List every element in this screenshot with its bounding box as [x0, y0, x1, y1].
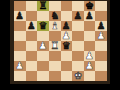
square-f7[interactable]: ♟	[72, 11, 84, 21]
square-b8[interactable]	[26, 1, 38, 11]
square-f6[interactable]	[72, 21, 84, 31]
white-pawn: ♟	[85, 61, 94, 71]
square-d7[interactable]: ♞	[49, 11, 61, 21]
square-a5[interactable]	[14, 31, 26, 41]
square-g8[interactable]: ♚	[84, 1, 96, 11]
square-c6[interactable]: ♛	[37, 21, 49, 31]
square-d2[interactable]	[49, 61, 61, 71]
square-a6[interactable]	[14, 21, 26, 31]
square-f8[interactable]	[72, 1, 84, 11]
chess-board: ♜♚♟♞♟♟♟♛♝♟♟♟♟♟♜♛♟♟♟♚	[14, 1, 107, 81]
square-g2[interactable]: ♟	[84, 61, 96, 71]
black-pawn: ♟	[62, 21, 71, 31]
black-knight: ♞	[50, 11, 59, 21]
square-d1[interactable]	[49, 71, 61, 81]
white-king: ♚	[73, 71, 82, 81]
square-b7[interactable]	[26, 11, 38, 21]
white-rook: ♜	[50, 41, 59, 51]
square-h4[interactable]	[95, 41, 107, 51]
square-f3[interactable]	[72, 51, 84, 61]
square-f5[interactable]	[72, 31, 84, 41]
black-rook: ♜	[39, 1, 48, 11]
square-d8[interactable]	[49, 1, 61, 11]
square-d4[interactable]: ♜	[49, 41, 61, 51]
black-queen: ♛	[62, 41, 71, 51]
square-d3[interactable]	[49, 51, 61, 61]
white-pawn: ♟	[85, 51, 94, 61]
square-g3[interactable]: ♟	[84, 51, 96, 61]
square-c7[interactable]	[37, 11, 49, 21]
square-a2[interactable]: ♟	[14, 61, 26, 71]
black-pawn: ♟	[15, 11, 24, 21]
square-c8[interactable]: ♜	[37, 1, 49, 11]
square-b6[interactable]: ♟	[26, 21, 38, 31]
square-e6[interactable]: ♟	[61, 21, 73, 31]
square-b3[interactable]	[26, 51, 38, 61]
white-bishop: ♝	[50, 21, 59, 31]
black-pawn: ♟	[97, 21, 106, 31]
square-a1[interactable]	[14, 71, 26, 81]
chess-board-frame: ♜♚♟♞♟♟♟♛♝♟♟♟♟♟♜♛♟♟♟♚	[10, 0, 110, 84]
square-e2[interactable]	[61, 61, 73, 71]
square-f2[interactable]	[72, 61, 84, 71]
white-pawn: ♟	[62, 31, 71, 41]
square-b1[interactable]	[26, 71, 38, 81]
square-d6[interactable]: ♝	[49, 21, 61, 31]
square-h7[interactable]	[95, 11, 107, 21]
square-g4[interactable]	[84, 41, 96, 51]
white-pawn: ♟	[39, 41, 48, 51]
square-h3[interactable]	[95, 51, 107, 61]
black-king: ♚	[85, 1, 94, 11]
square-h8[interactable]	[95, 1, 107, 11]
square-c5[interactable]	[37, 31, 49, 41]
square-c3[interactable]	[37, 51, 49, 61]
square-a7[interactable]: ♟	[14, 11, 26, 21]
square-a4[interactable]	[14, 41, 26, 51]
square-e1[interactable]	[61, 71, 73, 81]
square-c2[interactable]	[37, 61, 49, 71]
square-g6[interactable]	[84, 21, 96, 31]
square-g7[interactable]: ♟	[84, 11, 96, 21]
square-a8[interactable]	[14, 1, 26, 11]
square-e4[interactable]: ♛	[61, 41, 73, 51]
square-c1[interactable]	[37, 71, 49, 81]
square-h6[interactable]: ♟	[95, 21, 107, 31]
square-f1[interactable]: ♚	[72, 71, 84, 81]
square-h2[interactable]	[95, 61, 107, 71]
square-h1[interactable]	[95, 71, 107, 81]
square-e3[interactable]	[61, 51, 73, 61]
square-g5[interactable]	[84, 31, 96, 41]
white-pawn: ♟	[15, 61, 24, 71]
black-queen: ♛	[39, 21, 48, 31]
square-e5[interactable]: ♟	[61, 31, 73, 41]
square-d5[interactable]	[49, 31, 61, 41]
black-pawn: ♟	[73, 11, 82, 21]
square-g1[interactable]	[84, 71, 96, 81]
square-a3[interactable]	[14, 51, 26, 61]
white-pawn: ♟	[97, 31, 106, 41]
square-b5[interactable]	[26, 31, 38, 41]
square-b4[interactable]	[26, 41, 38, 51]
black-pawn: ♟	[27, 21, 36, 31]
square-f4[interactable]	[72, 41, 84, 51]
square-h5[interactable]: ♟	[95, 31, 107, 41]
square-e7[interactable]	[61, 11, 73, 21]
square-b2[interactable]	[26, 61, 38, 71]
square-c4[interactable]: ♟	[37, 41, 49, 51]
black-pawn: ♟	[85, 11, 94, 21]
square-e8[interactable]	[61, 1, 73, 11]
